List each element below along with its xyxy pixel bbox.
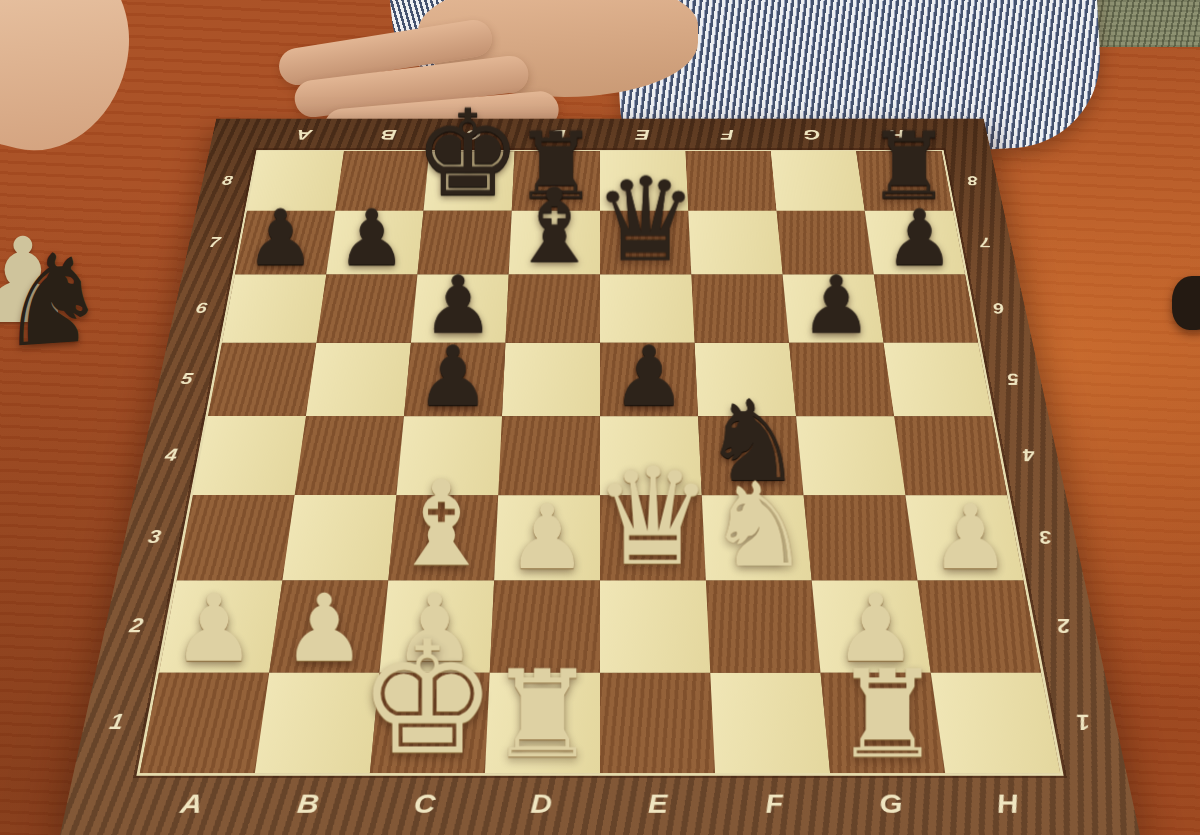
square-g6[interactable]: ♟ [783,275,884,343]
white-queen-e3[interactable]: ♛ [593,453,714,581]
square-c8[interactable]: ♚ [424,151,515,211]
white-king-c1[interactable]: ♚ [358,625,498,773]
square-d7[interactable]: ♝ [509,211,600,275]
coordinate-label: H [994,788,1022,819]
square-f7[interactable] [688,211,782,275]
white-pawn-a2[interactable]: ♟ [172,584,256,673]
coordinate-label: A [178,788,206,819]
square-a5[interactable] [208,343,317,416]
square-a6[interactable] [222,275,326,343]
coordinate-label: 8 [965,173,979,188]
coordinate-label: 5 [179,370,195,388]
square-b7[interactable]: ♟ [326,211,423,275]
board-border: ♚♜♜♟♟♝♛♟♟♟♟♟♞♝♟♛♞♟♟♟♟♟♚♜♜ AA88BB77CC66DD… [60,119,1140,835]
coordinate-label: G [802,127,821,143]
square-f1[interactable] [710,673,830,773]
square-c1[interactable]: ♚ [370,673,490,773]
coordinate-label: F [719,127,734,143]
square-h3[interactable]: ♟ [905,495,1023,580]
square-b5[interactable] [306,343,411,416]
white-pawn-b2[interactable]: ♟ [282,584,366,673]
coordinate-label: B [296,788,322,819]
square-f8[interactable] [685,151,776,211]
white-knight-f3[interactable]: ♞ [707,470,812,581]
coordinate-label: 4 [163,445,180,464]
black-pawn-a7[interactable]: ♟ [246,201,315,274]
coordinate-label: D [530,788,553,819]
square-f2[interactable] [706,580,821,672]
coordinate-label: 3 [1036,527,1053,548]
coordinate-label: 6 [194,300,209,317]
black-queen-e7[interactable]: ♛ [594,164,698,274]
square-e2[interactable] [600,580,710,672]
coordinate-label: 5 [1005,370,1021,388]
photo-scene: ♟ ♞ ♚♜♜♟♟♝♛♟♟♟♟♟♞♝♟♛♞♟♟♟♟♟♚♜♜ AA88BB77CC… [0,0,1200,835]
coordinate-label: C [413,788,438,819]
white-rook-d1[interactable]: ♜ [488,658,596,773]
square-a1[interactable] [140,673,269,773]
square-b3[interactable] [282,495,396,580]
black-king-c8[interactable]: ♚ [414,97,521,211]
square-d5[interactable] [502,343,600,416]
coordinate-label: G [877,788,905,819]
coordinate-label: 6 [991,300,1006,317]
coordinate-label: 4 [1020,445,1037,464]
square-g1[interactable]: ♜ [821,673,946,773]
square-d4[interactable] [498,416,600,495]
coordinate-label: 7 [978,234,993,250]
square-e7[interactable]: ♛ [600,211,691,275]
square-g4[interactable] [796,416,905,495]
coordinate-label: 1 [107,710,126,735]
square-h7[interactable]: ♟ [865,211,965,275]
square-a7[interactable]: ♟ [235,211,335,275]
coordinate-label: F [764,788,785,819]
square-e5[interactable]: ♟ [600,343,698,416]
chessboard: ♚♜♜♟♟♝♛♟♟♟♟♟♞♝♟♛♞♟♟♟♟♟♚♜♜ AA88BB77CC66DD… [60,119,1140,835]
square-h4[interactable] [894,416,1007,495]
square-c3[interactable]: ♝ [388,495,498,580]
coordinate-label: 7 [208,234,223,250]
square-g3[interactable] [804,495,918,580]
coordinate-label: 2 [128,614,146,637]
square-h6[interactable] [874,275,978,343]
board-grid: ♚♜♜♟♟♝♛♟♟♟♟♟♞♝♟♛♞♟♟♟♟♟♚♜♜ [140,151,1060,773]
square-a3[interactable] [177,495,295,580]
captured-black-piece [1172,276,1200,330]
square-e1[interactable] [600,673,715,773]
square-e3[interactable]: ♛ [600,495,706,580]
square-d3[interactable]: ♟ [494,495,600,580]
square-g8[interactable] [771,151,865,211]
square-h5[interactable] [884,343,993,416]
square-c5[interactable]: ♟ [404,343,506,416]
white-rook-g1[interactable]: ♜ [833,658,941,773]
coordinate-label: B [379,127,397,143]
coordinate-label: 8 [221,173,235,188]
black-pawn-b7[interactable]: ♟ [337,201,406,274]
black-pawn-h7[interactable]: ♟ [885,201,954,274]
square-a4[interactable] [193,416,306,495]
coordinate-label: 3 [146,527,163,548]
coordinate-label: 2 [1054,614,1072,637]
square-f6[interactable] [691,275,789,343]
square-d1[interactable]: ♜ [485,673,600,773]
opponent-arm [0,0,149,169]
square-h1[interactable] [931,673,1060,773]
coordinate-label: A [294,127,313,143]
captured-black-knight: ♞ [0,234,111,365]
black-bishop-d7[interactable]: ♝ [509,178,601,275]
coordinate-label: E [648,788,669,819]
black-pawn-e5[interactable]: ♟ [612,337,686,416]
coordinate-label: E [635,127,650,143]
square-g5[interactable] [789,343,894,416]
white-bishop-c3[interactable]: ♝ [388,468,494,580]
square-d6[interactable] [505,275,600,343]
black-pawn-c5[interactable]: ♟ [416,337,490,416]
square-a2[interactable]: ♟ [159,580,282,672]
black-pawn-g6[interactable]: ♟ [800,267,872,343]
coordinate-label: 1 [1073,710,1092,735]
square-b6[interactable] [316,275,417,343]
white-pawn-d3[interactable]: ♟ [507,495,587,580]
white-pawn-h3[interactable]: ♟ [930,495,1010,580]
square-f3[interactable]: ♞ [702,495,812,580]
